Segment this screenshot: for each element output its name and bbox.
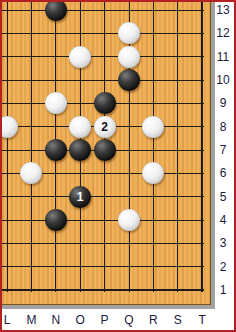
stone-n9[interactable] xyxy=(45,92,67,114)
stone-n4[interactable] xyxy=(45,209,67,231)
col-label-l: L xyxy=(2,313,19,327)
row-label-12: 12 xyxy=(212,26,234,40)
row-label-1: 1 xyxy=(212,283,234,297)
stone-r8[interactable] xyxy=(142,116,164,138)
grid-line-col-s xyxy=(177,2,178,292)
grid-line-row-5 xyxy=(2,196,204,197)
move-number-label: 1 xyxy=(77,186,84,208)
col-label-o: O xyxy=(68,313,92,327)
grid-line-col-l xyxy=(7,2,8,292)
stone-o5[interactable]: 1 xyxy=(69,186,91,208)
grid-line-row-10 xyxy=(2,80,204,81)
stone-o8[interactable] xyxy=(69,116,91,138)
grid-line-row-4 xyxy=(2,220,204,221)
row-label-7: 7 xyxy=(212,143,234,157)
row-label-8: 8 xyxy=(212,120,234,134)
col-label-p: P xyxy=(93,313,117,327)
grid-line-col-r xyxy=(153,2,154,292)
col-label-m: M xyxy=(19,313,43,327)
board-area: 13121110987654321LMNOPQRST 12 xyxy=(2,2,234,330)
row-label-6: 6 xyxy=(212,166,234,180)
row-label-3: 3 xyxy=(212,236,234,250)
stone-q10[interactable] xyxy=(118,69,140,91)
stone-o11[interactable] xyxy=(69,46,91,68)
row-label-9: 9 xyxy=(212,96,234,110)
grid-line-row-1 xyxy=(2,289,204,291)
stone-p8[interactable]: 2 xyxy=(94,116,116,138)
row-label-13: 13 xyxy=(212,3,234,17)
col-label-r: R xyxy=(141,313,165,327)
grid-line-row-13 xyxy=(2,10,204,11)
col-label-n: N xyxy=(44,313,68,327)
grid-line-row-12 xyxy=(2,33,204,34)
row-label-2: 2 xyxy=(212,260,234,274)
col-label-t: T xyxy=(190,313,214,327)
grid-line-row-11 xyxy=(2,56,204,57)
row-label-5: 5 xyxy=(212,190,234,204)
row-label-4: 4 xyxy=(212,213,234,227)
grid-line-row-3 xyxy=(2,243,204,244)
stone-n7[interactable] xyxy=(45,139,67,161)
row-label-10: 10 xyxy=(212,73,234,87)
row-label-11: 11 xyxy=(212,50,234,64)
board-shadow-bottom xyxy=(2,305,215,309)
stone-q4[interactable] xyxy=(118,209,140,231)
grid-line-col-t xyxy=(201,2,203,292)
go-diagram: 13121110987654321LMNOPQRST 12 xyxy=(0,0,236,332)
stone-p9[interactable] xyxy=(94,92,116,114)
stone-p7[interactable] xyxy=(94,139,116,161)
col-label-q: Q xyxy=(117,313,141,327)
col-label-s: S xyxy=(166,313,190,327)
move-number-label: 2 xyxy=(101,116,108,138)
grid-line-row-2 xyxy=(2,266,204,267)
grid-line-col-m xyxy=(31,2,32,292)
stone-q11[interactable] xyxy=(118,46,140,68)
